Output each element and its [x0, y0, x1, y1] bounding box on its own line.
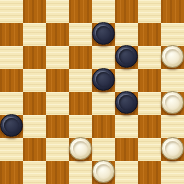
square-g3[interactable] — [138, 115, 161, 138]
square-d5 — [69, 69, 92, 92]
square-a7[interactable] — [0, 23, 23, 46]
square-f3 — [115, 115, 138, 138]
square-d2[interactable] — [69, 138, 92, 161]
square-h8[interactable] — [161, 0, 184, 23]
checkers-board — [0, 0, 184, 184]
white-man-h2[interactable] — [161, 137, 184, 160]
white-man-e1[interactable] — [92, 160, 115, 183]
square-b6[interactable] — [23, 46, 46, 69]
square-f5 — [115, 69, 138, 92]
square-d3 — [69, 115, 92, 138]
square-e8 — [92, 0, 115, 23]
square-f6[interactable] — [115, 46, 138, 69]
square-b7 — [23, 23, 46, 46]
square-b5 — [23, 69, 46, 92]
black-man-f6[interactable] — [115, 45, 138, 68]
square-d6[interactable] — [69, 46, 92, 69]
square-g5[interactable] — [138, 69, 161, 92]
square-f2[interactable] — [115, 138, 138, 161]
square-g2 — [138, 138, 161, 161]
white-man-d2[interactable] — [69, 137, 92, 160]
square-b1 — [23, 161, 46, 184]
square-f8[interactable] — [115, 0, 138, 23]
square-c1[interactable] — [46, 161, 69, 184]
white-man-h4[interactable] — [161, 91, 184, 114]
square-h2[interactable] — [161, 138, 184, 161]
square-a6 — [0, 46, 23, 69]
square-a8 — [0, 0, 23, 23]
square-h6[interactable] — [161, 46, 184, 69]
square-a1[interactable] — [0, 161, 23, 184]
black-man-f4[interactable] — [115, 91, 138, 114]
square-c3[interactable] — [46, 115, 69, 138]
square-e5[interactable] — [92, 69, 115, 92]
square-d8[interactable] — [69, 0, 92, 23]
square-c8 — [46, 0, 69, 23]
white-man-h6[interactable] — [161, 45, 184, 68]
square-h4[interactable] — [161, 92, 184, 115]
square-e4 — [92, 92, 115, 115]
square-a2 — [0, 138, 23, 161]
square-c7[interactable] — [46, 23, 69, 46]
square-c2 — [46, 138, 69, 161]
square-g1[interactable] — [138, 161, 161, 184]
square-g4 — [138, 92, 161, 115]
square-f7 — [115, 23, 138, 46]
square-d7 — [69, 23, 92, 46]
black-man-a3[interactable] — [0, 114, 23, 137]
square-h5 — [161, 69, 184, 92]
square-g7[interactable] — [138, 23, 161, 46]
square-e7[interactable] — [92, 23, 115, 46]
square-b4[interactable] — [23, 92, 46, 115]
square-a5[interactable] — [0, 69, 23, 92]
square-c5[interactable] — [46, 69, 69, 92]
square-h1 — [161, 161, 184, 184]
square-b2[interactable] — [23, 138, 46, 161]
square-e6 — [92, 46, 115, 69]
square-d4[interactable] — [69, 92, 92, 115]
square-d1 — [69, 161, 92, 184]
square-g8 — [138, 0, 161, 23]
square-c4 — [46, 92, 69, 115]
square-b8[interactable] — [23, 0, 46, 23]
square-h3 — [161, 115, 184, 138]
square-b3 — [23, 115, 46, 138]
square-h7 — [161, 23, 184, 46]
square-e3[interactable] — [92, 115, 115, 138]
black-man-e5[interactable] — [92, 68, 115, 91]
black-man-e7[interactable] — [92, 22, 115, 45]
square-c6 — [46, 46, 69, 69]
square-f4[interactable] — [115, 92, 138, 115]
square-f1 — [115, 161, 138, 184]
square-e1[interactable] — [92, 161, 115, 184]
square-e2 — [92, 138, 115, 161]
square-g6 — [138, 46, 161, 69]
square-a4 — [0, 92, 23, 115]
square-a3[interactable] — [0, 115, 23, 138]
